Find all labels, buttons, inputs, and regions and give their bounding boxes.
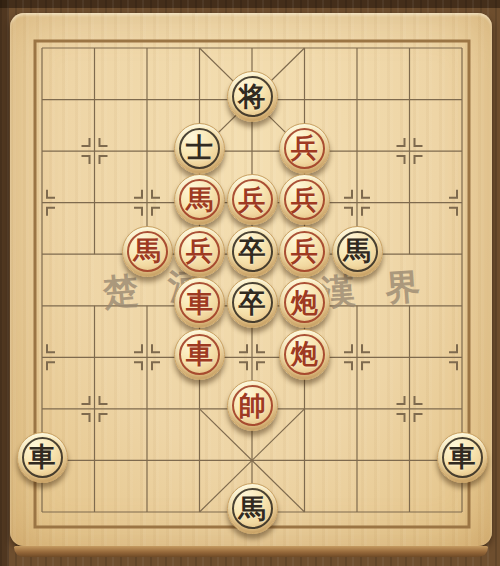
piece-red-chariot[interactable]: 車 [173, 280, 226, 332]
black-chariot-disc: 車 [17, 432, 68, 483]
black-soldier-glyph: 卒 [239, 237, 266, 264]
black-horse-disc: 馬 [332, 226, 383, 277]
black-horse-disc: 馬 [227, 483, 278, 534]
piece-red-horse[interactable]: 馬 [121, 228, 174, 280]
piece-red-soldier[interactable]: 兵 [278, 177, 331, 229]
red-soldier-disc: 兵 [174, 226, 225, 277]
pieces-layer: 将士兵馬兵兵馬兵卒兵馬車卒炮車炮帥車車馬 [16, 22, 489, 537]
black-soldier-glyph: 卒 [239, 289, 266, 316]
piece-black-horse[interactable]: 馬 [226, 486, 279, 538]
red-soldier-glyph: 兵 [239, 186, 266, 213]
black-chariot-disc: 車 [437, 432, 488, 483]
piece-red-horse[interactable]: 馬 [173, 177, 226, 229]
red-cannon-glyph: 炮 [291, 289, 318, 316]
red-horse-glyph: 馬 [186, 186, 213, 213]
piece-black-soldier[interactable]: 卒 [226, 228, 279, 280]
red-soldier-disc: 兵 [279, 226, 330, 277]
red-chariot-disc: 車 [174, 329, 225, 380]
red-general-disc: 帥 [227, 380, 278, 431]
red-chariot-glyph: 車 [186, 289, 213, 316]
red-horse-disc: 馬 [174, 174, 225, 225]
black-general-disc: 将 [227, 71, 278, 122]
red-soldier-glyph: 兵 [291, 134, 318, 161]
piece-red-cannon[interactable]: 炮 [278, 280, 331, 332]
piece-black-chariot[interactable]: 車 [16, 435, 69, 487]
red-cannon-disc: 炮 [279, 329, 330, 380]
black-horse-glyph: 馬 [239, 495, 266, 522]
piece-black-horse[interactable]: 馬 [331, 228, 384, 280]
black-chariot-glyph: 車 [449, 443, 476, 470]
piece-red-chariot[interactable]: 車 [173, 331, 226, 383]
red-general-glyph: 帥 [239, 392, 266, 419]
red-horse-glyph: 馬 [134, 237, 161, 264]
black-horse-glyph: 馬 [344, 237, 371, 264]
piece-red-soldier[interactable]: 兵 [173, 228, 226, 280]
piece-red-soldier[interactable]: 兵 [278, 125, 331, 177]
piece-red-soldier[interactable]: 兵 [278, 228, 331, 280]
red-soldier-disc: 兵 [279, 123, 330, 174]
black-soldier-disc: 卒 [227, 277, 278, 328]
red-chariot-glyph: 車 [186, 340, 213, 367]
xiangqi-app: 楚 河 漢 界 将士兵馬兵兵馬兵卒兵馬車卒炮車炮帥車車馬 [0, 0, 500, 566]
piece-red-cannon[interactable]: 炮 [278, 331, 331, 383]
piece-red-general[interactable]: 帥 [226, 383, 279, 435]
black-advisor-glyph: 士 [186, 134, 213, 161]
red-soldier-glyph: 兵 [186, 237, 213, 264]
black-soldier-disc: 卒 [227, 226, 278, 277]
red-soldier-glyph: 兵 [291, 186, 318, 213]
red-cannon-disc: 炮 [279, 277, 330, 328]
red-soldier-disc: 兵 [279, 174, 330, 225]
piece-black-advisor[interactable]: 士 [173, 125, 226, 177]
black-advisor-disc: 士 [174, 123, 225, 174]
red-horse-disc: 馬 [122, 226, 173, 277]
piece-black-general[interactable]: 将 [226, 74, 279, 126]
piece-black-chariot[interactable]: 車 [436, 435, 489, 487]
black-chariot-glyph: 車 [29, 443, 56, 470]
piece-black-soldier[interactable]: 卒 [226, 280, 279, 332]
piece-red-soldier[interactable]: 兵 [226, 177, 279, 229]
black-general-glyph: 将 [239, 83, 266, 110]
red-cannon-glyph: 炮 [291, 340, 318, 367]
red-soldier-glyph: 兵 [291, 237, 318, 264]
red-chariot-disc: 車 [174, 277, 225, 328]
red-soldier-disc: 兵 [227, 174, 278, 225]
